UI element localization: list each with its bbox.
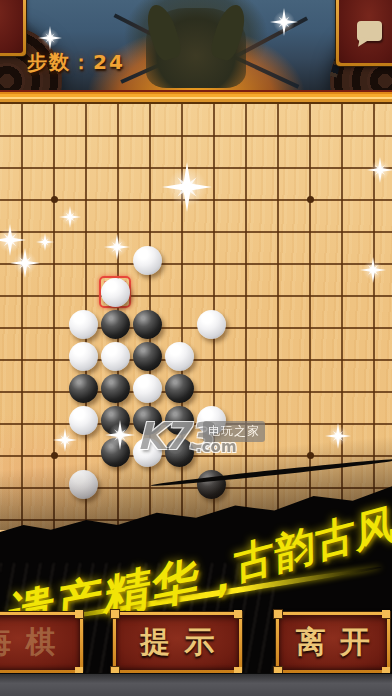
star-point — [51, 196, 58, 203]
grid-line-horizontal — [0, 231, 392, 233]
hint-button-label: 提示 — [141, 622, 229, 663]
top-left-icon — [0, 0, 23, 53]
undo-button[interactable]: 悔棋 — [0, 612, 83, 673]
leave-button-label: 离开 — [296, 622, 384, 663]
top-left-icon-button[interactable] — [0, 0, 26, 56]
chat-icon-button[interactable] — [336, 0, 392, 66]
undo-button-label: 悔棋 — [0, 622, 70, 663]
stone-white — [165, 342, 194, 371]
stone-black — [165, 374, 194, 403]
stone-black — [133, 310, 162, 339]
bottom-strip — [0, 673, 392, 696]
stone-white — [101, 342, 130, 371]
stone-black — [133, 342, 162, 371]
grid-line-horizontal — [0, 295, 392, 297]
grid-line-horizontal — [0, 167, 392, 169]
watermark-com: .com — [196, 438, 237, 456]
hint-button[interactable]: 提示 — [113, 612, 242, 673]
stone-white — [69, 342, 98, 371]
grid-line-horizontal — [0, 391, 392, 393]
stone-white — [101, 278, 130, 307]
game-screen: 步数：24 K73 电玩之家 .com 遗产精华， 古韵古风 悔棋 提示 离开 — [0, 0, 392, 696]
grid-line-horizontal — [0, 199, 392, 201]
stone-black — [101, 374, 130, 403]
stone-black — [101, 310, 130, 339]
star-point — [307, 196, 314, 203]
stone-white — [197, 310, 226, 339]
stone-black — [69, 374, 98, 403]
speech-bubble-icon — [357, 21, 382, 41]
stone-white — [133, 374, 162, 403]
grid-line-horizontal — [0, 135, 392, 137]
grid-line-horizontal — [0, 327, 392, 329]
leave-button[interactable]: 离开 — [276, 612, 390, 673]
grid-line-horizontal — [0, 359, 392, 361]
header — [0, 0, 392, 90]
stone-white — [69, 310, 98, 339]
grid-line-horizontal — [0, 263, 392, 265]
board-top-trim — [0, 90, 392, 104]
move-counter: 步数：24 — [27, 49, 125, 76]
stone-white — [133, 246, 162, 275]
